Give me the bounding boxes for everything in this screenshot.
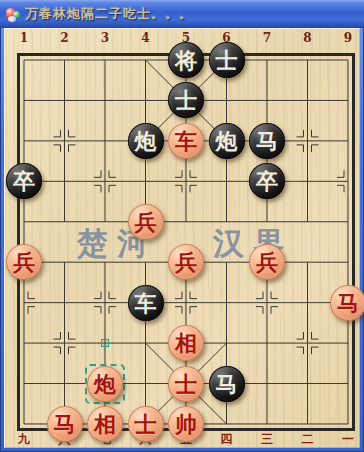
file-label-top-7: 7 <box>256 31 278 45</box>
piece-red-soldier[interactable]: 兵 <box>6 244 42 280</box>
app-icon <box>5 7 20 22</box>
piece-red-horse[interactable]: 马 <box>330 285 364 321</box>
piece-red-soldier[interactable]: 兵 <box>168 244 204 280</box>
window-title: 万春林炮隔二子吃士。。。 <box>25 5 193 23</box>
file-label-bottom-9: 一 <box>337 431 359 448</box>
piece-red-advisor[interactable]: 士 <box>128 406 164 442</box>
piece-black-cannon[interactable]: 炮 <box>209 123 245 159</box>
board-panel[interactable]: 楚河汉界123456789九八七六五四三二一将士士炮车炮马卒卒兵兵兵兵车马相炮士… <box>4 28 360 448</box>
file-label-bottom-8: 二 <box>297 431 319 448</box>
piece-red-advisor[interactable]: 士 <box>168 366 204 402</box>
file-label-top-1: 1 <box>13 31 35 45</box>
piece-red-soldier[interactable]: 兵 <box>249 244 285 280</box>
piece-red-cannon[interactable]: 炮 <box>87 366 123 402</box>
piece-red-general[interactable]: 帅 <box>168 406 204 442</box>
piece-red-soldier[interactable]: 兵 <box>128 204 164 240</box>
title-bar[interactable]: 万春林炮隔二子吃士。。。 <box>0 0 364 28</box>
piece-black-cannon[interactable]: 炮 <box>128 123 164 159</box>
file-label-top-3: 3 <box>94 31 116 45</box>
piece-red-elephant[interactable]: 相 <box>168 325 204 361</box>
piece-black-advisor[interactable]: 士 <box>209 42 245 78</box>
piece-red-chariot[interactable]: 车 <box>168 123 204 159</box>
file-label-top-8: 8 <box>297 31 319 45</box>
file-label-bottom-7: 三 <box>256 431 278 448</box>
piece-red-elephant[interactable]: 相 <box>87 406 123 442</box>
file-label-bottom-6: 四 <box>216 431 238 448</box>
file-label-top-4: 4 <box>135 31 157 45</box>
file-label-top-2: 2 <box>54 31 76 45</box>
move-hint-marker <box>101 339 109 347</box>
piece-red-horse[interactable]: 马 <box>47 406 83 442</box>
file-label-top-9: 9 <box>337 31 359 45</box>
file-label-bottom-1: 九 <box>13 431 35 448</box>
piece-black-general[interactable]: 将 <box>168 42 204 78</box>
piece-black-horse[interactable]: 马 <box>249 123 285 159</box>
piece-black-horse[interactable]: 马 <box>209 366 245 402</box>
piece-black-chariot[interactable]: 车 <box>128 285 164 321</box>
xiangqi-window: 万春林炮隔二子吃士。。。 楚河汉界123456789九八七六五四三二一将士士炮车… <box>0 0 364 452</box>
